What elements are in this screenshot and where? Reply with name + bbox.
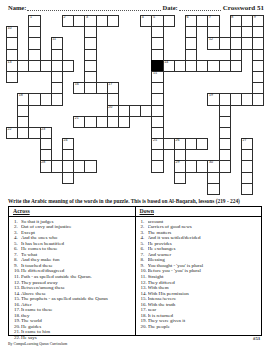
clue-item-number: 20.	[138, 324, 148, 330]
clue-number: 11	[52, 38, 56, 42]
clue-number: 21	[75, 117, 79, 121]
grid-cell[interactable]	[219, 160, 231, 172]
clue-item-number: 22.	[11, 335, 21, 341]
grid-cell[interactable]	[51, 93, 63, 105]
grid-cell[interactable]	[107, 15, 119, 27]
clue-item-text: He says	[21, 335, 133, 341]
clue-number: 10	[8, 27, 12, 31]
clue-number: 29	[175, 161, 179, 165]
across-column: Across 1.So that it judges2.Out of envy …	[9, 207, 136, 335]
grid-cell[interactable]	[252, 93, 264, 105]
grid-cell[interactable]	[62, 60, 74, 72]
clue-number: 12	[209, 38, 213, 42]
clue-number: 17	[108, 83, 112, 87]
clue-number: 15	[153, 72, 157, 76]
grid-cell[interactable]	[241, 183, 253, 195]
puzzle-title: Crossword 51	[223, 4, 264, 12]
clue-number: 3	[86, 16, 88, 20]
grid-cell[interactable]	[84, 160, 96, 172]
clue-number: 8	[231, 16, 233, 20]
name-label: Name:	[8, 4, 26, 12]
grid-cell[interactable]	[62, 172, 74, 184]
clue-number: 26	[175, 139, 179, 143]
across-list: 1.So that it judges2.Out of envy and inj…	[9, 217, 135, 341]
clue-number: 2	[64, 16, 66, 20]
grid-cell[interactable]	[230, 60, 242, 72]
crossword-grid: 1234567891011121314151617181920212223242…	[7, 16, 264, 195]
clue-number: 24	[64, 139, 68, 143]
clue-number: 16	[75, 83, 79, 87]
clue-number: 25	[153, 139, 157, 143]
clue-item: 22.He says	[11, 335, 133, 341]
clue-number: 22	[8, 128, 12, 132]
down-column: Down 1.account2.Carriers of good news3.T…	[136, 207, 262, 335]
clue-item: 20.The people	[138, 324, 260, 330]
clue-number: 14	[164, 61, 168, 65]
clue-number: 1	[30, 16, 32, 20]
clue-number: 30	[209, 161, 213, 165]
clue-number: 5	[153, 16, 155, 20]
clue-number: 6	[187, 16, 189, 20]
clue-number: 18	[19, 94, 23, 98]
clue-number: 4	[142, 16, 144, 20]
clue-number: 7	[209, 16, 211, 20]
clue-item-text: The people	[148, 324, 260, 330]
credit-text: By CompuLearning Quran Curriculum	[8, 342, 67, 346]
worksheet-header: Name: Date: Crossword 51	[8, 3, 264, 12]
instruction-text: Write the Arabic meaning of the words in…	[8, 198, 266, 204]
down-list: 1.account2.Carriers of good news3.The ma…	[136, 217, 262, 329]
clue-number: 20	[108, 106, 112, 110]
clue-number: 23	[41, 128, 45, 132]
clue-number: 28	[41, 161, 45, 165]
grid-cell[interactable]	[151, 160, 163, 172]
grid-cell[interactable]	[163, 15, 175, 27]
grid-cell[interactable]	[118, 116, 130, 128]
grid-cell[interactable]	[207, 183, 219, 195]
date-input-line[interactable]	[179, 3, 221, 11]
clue-number: 27	[243, 139, 247, 143]
across-header: Across	[9, 207, 135, 217]
clue-number: 19	[209, 94, 213, 98]
grid-cell[interactable]	[196, 138, 208, 150]
grid-cell[interactable]	[174, 172, 186, 184]
name-input-line[interactable]	[27, 3, 160, 11]
clue-table: Across 1.So that it judges2.Out of envy …	[8, 206, 262, 336]
clue-number: 9	[254, 16, 256, 20]
down-header: Down	[136, 207, 262, 217]
grid-cell[interactable]	[6, 71, 18, 83]
date-label: Date:	[163, 4, 178, 12]
page-number: #53	[253, 336, 260, 341]
clue-number: 13	[8, 61, 12, 65]
